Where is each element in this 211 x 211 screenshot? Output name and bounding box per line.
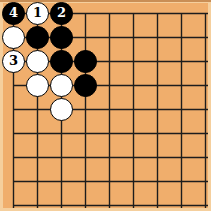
white-stone [26,74,49,97]
black-stone-move-2: 2 [50,2,73,25]
white-stone-move-3: 3 [2,50,25,73]
move-number-label: 2 [57,3,66,24]
white-stone [26,50,49,73]
black-stone [26,26,49,49]
go-board: 4123 [3,3,208,208]
black-stone-move-4: 4 [2,2,25,25]
black-stone [74,74,97,97]
move-number-label: 3 [9,51,18,72]
move-number-label: 1 [33,3,42,24]
white-stone-move-1: 1 [26,2,49,25]
white-stone [50,98,73,121]
board-frame: 4123 [0,0,211,211]
white-stone [2,26,25,49]
black-stone [74,50,97,73]
black-stone [50,26,73,49]
black-stone [50,50,73,73]
white-stone [50,74,73,97]
move-number-label: 4 [9,3,18,24]
